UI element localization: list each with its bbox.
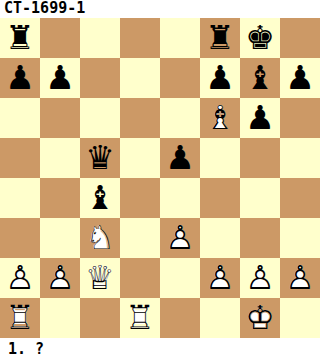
square-b6[interactable] xyxy=(40,98,80,138)
piece-black-rook: ♜ xyxy=(200,18,240,58)
piece-white-rook-fill: ♜ xyxy=(120,298,160,338)
piece-white-pawn-fill: ♟ xyxy=(280,258,320,298)
piece-black-pawn: ♟ xyxy=(200,58,240,98)
square-f3[interactable] xyxy=(200,218,240,258)
square-b5[interactable] xyxy=(40,138,80,178)
square-b1[interactable] xyxy=(40,298,80,338)
piece-white-pawn-fill: ♟ xyxy=(240,258,280,298)
piece-white-pawn-fill: ♟ xyxy=(160,218,200,258)
piece-black-bishop: ♝ xyxy=(240,58,280,98)
square-c8[interactable] xyxy=(80,18,120,58)
square-c6[interactable] xyxy=(80,98,120,138)
piece-white-queen-fill: ♛ xyxy=(80,258,120,298)
square-g8[interactable]: ♚ xyxy=(240,18,280,58)
square-g2[interactable]: ♟♙ xyxy=(240,258,280,298)
square-h7[interactable]: ♟ xyxy=(280,58,320,98)
chess-board: ♜♜♚♟♟♟♝♟♝♗♟♛♟♝♞♘♟♙♟♙♟♙♛♕♟♙♟♙♟♙♜♖♜♖♚♔ xyxy=(0,18,320,338)
piece-white-king: ♔ xyxy=(240,298,280,338)
square-a2[interactable]: ♟♙ xyxy=(0,258,40,298)
square-b2[interactable]: ♟♙ xyxy=(40,258,80,298)
square-a5[interactable] xyxy=(0,138,40,178)
piece-white-pawn-fill: ♟ xyxy=(40,258,80,298)
square-e4[interactable] xyxy=(160,178,200,218)
piece-white-rook: ♖ xyxy=(0,298,40,338)
piece-black-queen: ♛ xyxy=(80,138,120,178)
square-f8[interactable]: ♜ xyxy=(200,18,240,58)
square-h8[interactable] xyxy=(280,18,320,58)
square-c4[interactable]: ♝ xyxy=(80,178,120,218)
square-d2[interactable] xyxy=(120,258,160,298)
square-e8[interactable] xyxy=(160,18,200,58)
piece-white-pawn: ♙ xyxy=(160,218,200,258)
square-g4[interactable] xyxy=(240,178,280,218)
piece-white-pawn-fill: ♟ xyxy=(0,258,40,298)
square-e3[interactable]: ♟♙ xyxy=(160,218,200,258)
piece-white-pawn: ♙ xyxy=(0,258,40,298)
piece-black-rook: ♜ xyxy=(0,18,40,58)
square-f6[interactable]: ♝♗ xyxy=(200,98,240,138)
square-e6[interactable] xyxy=(160,98,200,138)
piece-white-bishop: ♗ xyxy=(200,98,240,138)
square-a3[interactable] xyxy=(0,218,40,258)
piece-black-pawn: ♟ xyxy=(40,58,80,98)
square-b3[interactable] xyxy=(40,218,80,258)
square-f2[interactable]: ♟♙ xyxy=(200,258,240,298)
piece-white-pawn-fill: ♟ xyxy=(200,258,240,298)
square-e2[interactable] xyxy=(160,258,200,298)
square-d5[interactable] xyxy=(120,138,160,178)
square-d1[interactable]: ♜♖ xyxy=(120,298,160,338)
square-a1[interactable]: ♜♖ xyxy=(0,298,40,338)
square-b8[interactable] xyxy=(40,18,80,58)
square-a8[interactable]: ♜ xyxy=(0,18,40,58)
square-d8[interactable] xyxy=(120,18,160,58)
square-g6[interactable]: ♟ xyxy=(240,98,280,138)
square-f5[interactable] xyxy=(200,138,240,178)
square-h2[interactable]: ♟♙ xyxy=(280,258,320,298)
piece-black-king: ♚ xyxy=(240,18,280,58)
square-d4[interactable] xyxy=(120,178,160,218)
square-c2[interactable]: ♛♕ xyxy=(80,258,120,298)
square-e1[interactable] xyxy=(160,298,200,338)
piece-black-bishop: ♝ xyxy=(80,178,120,218)
square-d7[interactable] xyxy=(120,58,160,98)
piece-white-rook: ♖ xyxy=(120,298,160,338)
move-prompt: 1. ? xyxy=(0,338,320,360)
square-f7[interactable]: ♟ xyxy=(200,58,240,98)
square-g5[interactable] xyxy=(240,138,280,178)
square-a4[interactable] xyxy=(0,178,40,218)
square-a6[interactable] xyxy=(0,98,40,138)
piece-black-pawn: ♟ xyxy=(240,98,280,138)
piece-white-pawn: ♙ xyxy=(240,258,280,298)
piece-black-pawn: ♟ xyxy=(0,58,40,98)
square-g1[interactable]: ♚♔ xyxy=(240,298,280,338)
square-c7[interactable] xyxy=(80,58,120,98)
square-a7[interactable]: ♟ xyxy=(0,58,40,98)
square-d6[interactable] xyxy=(120,98,160,138)
piece-white-king-fill: ♚ xyxy=(240,298,280,338)
square-g7[interactable]: ♝ xyxy=(240,58,280,98)
piece-white-knight-fill: ♞ xyxy=(80,218,120,258)
piece-white-pawn: ♙ xyxy=(40,258,80,298)
square-b7[interactable]: ♟ xyxy=(40,58,80,98)
piece-white-pawn: ♙ xyxy=(280,258,320,298)
piece-white-knight: ♘ xyxy=(80,218,120,258)
square-f4[interactable] xyxy=(200,178,240,218)
piece-black-pawn: ♟ xyxy=(160,138,200,178)
square-e7[interactable] xyxy=(160,58,200,98)
square-h5[interactable] xyxy=(280,138,320,178)
square-g3[interactable] xyxy=(240,218,280,258)
puzzle-title: CT-1699-1 xyxy=(0,0,320,18)
square-h1[interactable] xyxy=(280,298,320,338)
square-d3[interactable] xyxy=(120,218,160,258)
square-f1[interactable] xyxy=(200,298,240,338)
square-c3[interactable]: ♞♘ xyxy=(80,218,120,258)
piece-white-queen: ♕ xyxy=(80,258,120,298)
piece-white-bishop-fill: ♝ xyxy=(200,98,240,138)
square-h3[interactable] xyxy=(280,218,320,258)
square-h4[interactable] xyxy=(280,178,320,218)
square-c1[interactable] xyxy=(80,298,120,338)
square-e5[interactable]: ♟ xyxy=(160,138,200,178)
square-c5[interactable]: ♛ xyxy=(80,138,120,178)
piece-black-pawn: ♟ xyxy=(280,58,320,98)
square-b4[interactable] xyxy=(40,178,80,218)
square-h6[interactable] xyxy=(280,98,320,138)
piece-white-pawn: ♙ xyxy=(200,258,240,298)
piece-white-rook-fill: ♜ xyxy=(0,298,40,338)
